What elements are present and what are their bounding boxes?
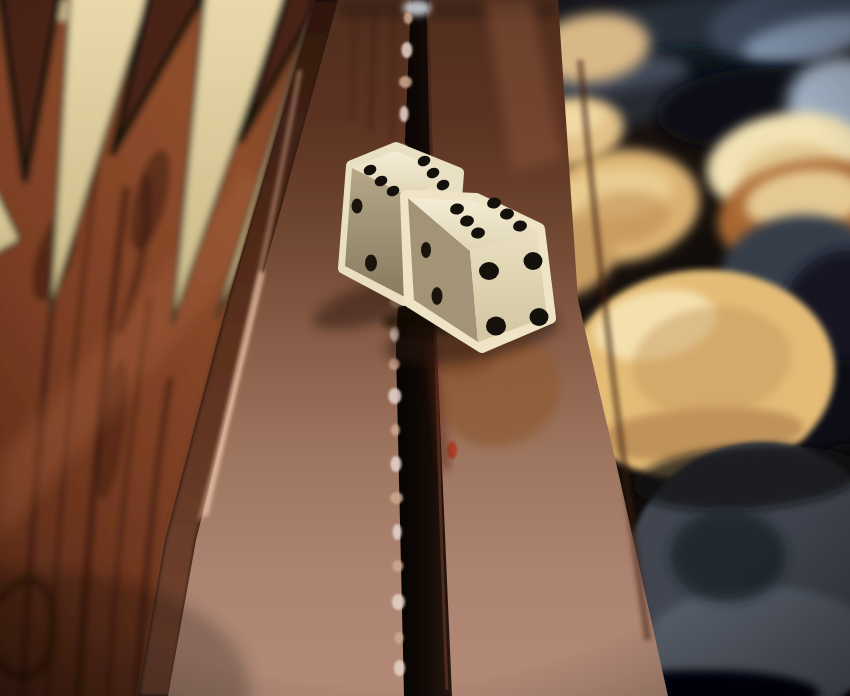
- photo-canvas: [0, 0, 850, 696]
- backgammon-photo: [0, 0, 850, 696]
